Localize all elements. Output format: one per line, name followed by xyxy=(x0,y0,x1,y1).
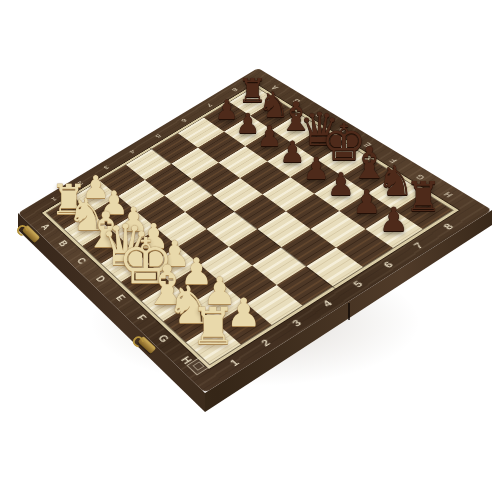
rank-label-far-5: 5 xyxy=(154,133,163,139)
rank-label-8: 8 xyxy=(441,222,456,232)
rank-label-4: 4 xyxy=(320,298,334,308)
piece-black-pawn-e7[interactable]: ♟ xyxy=(302,153,329,183)
piece-white-rook-h1[interactable]: ♜ xyxy=(190,302,236,353)
rank-label-far-4: 4 xyxy=(128,149,137,155)
rank-label-far-7: 7 xyxy=(205,102,214,108)
rank-label-6: 6 xyxy=(381,260,396,270)
chess-set-photo: AABBCCDDEEFFGGHH1122334455667788 ♜♞♝♛♚♝♞… xyxy=(0,0,500,500)
rank-label-7: 7 xyxy=(411,241,426,251)
piece-black-pawn-g7[interactable]: ♟ xyxy=(352,186,381,218)
piece-black-pawn-h7[interactable]: ♟ xyxy=(379,203,409,236)
piece-black-rook-h8[interactable]: ♜ xyxy=(405,178,442,219)
file-label-far-h: H xyxy=(442,190,455,198)
rank-label-far-6: 6 xyxy=(179,117,188,123)
rank-label-5: 5 xyxy=(351,279,365,289)
rank-label-1: 1 xyxy=(227,357,241,368)
piece-black-pawn-f7[interactable]: ♟ xyxy=(327,169,355,200)
rank-label-3: 3 xyxy=(289,318,303,329)
rank-label-2: 2 xyxy=(259,337,273,348)
fold-seam-side xyxy=(348,303,350,320)
